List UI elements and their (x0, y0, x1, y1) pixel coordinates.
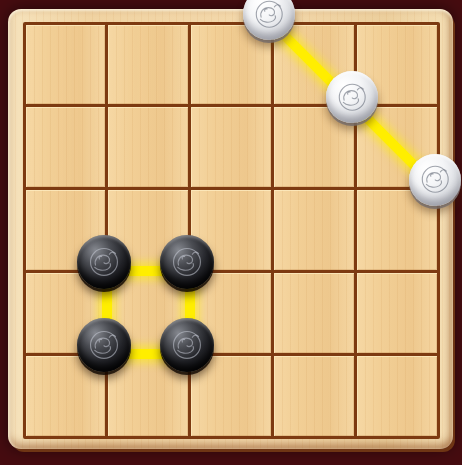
intersection-c4-r1[interactable] (335, 86, 375, 126)
intersection-c3-r0[interactable] (252, 3, 292, 43)
intersection-c4-r4[interactable] (335, 334, 375, 374)
intersection-c1-r0[interactable] (87, 3, 127, 43)
intersection-c2-r4[interactable] (170, 334, 210, 374)
intersection-c2-r0[interactable] (170, 3, 210, 43)
intersection-c0-r0[interactable] (4, 3, 44, 43)
intersection-c4-r2[interactable] (335, 169, 375, 209)
intersection-c0-r3[interactable] (4, 251, 44, 291)
intersection-c3-r1[interactable] (252, 86, 292, 126)
intersection-c4-r3[interactable] (335, 251, 375, 291)
intersection-c1-r3[interactable] (87, 251, 127, 291)
intersection-c2-r3[interactable] (170, 251, 210, 291)
intersection-c5-r5[interactable] (418, 417, 458, 457)
intersection-c5-r4[interactable] (418, 334, 458, 374)
intersection-c5-r1[interactable] (418, 86, 458, 126)
intersection-c4-r5[interactable] (335, 417, 375, 457)
wooden-board (8, 9, 453, 449)
intersection-c1-r4[interactable] (87, 334, 127, 374)
game-screen: { "game": "gomoku-style stone board game… (0, 0, 462, 465)
intersection-c0-r4[interactable] (4, 334, 44, 374)
intersection-c1-r5[interactable] (87, 417, 127, 457)
intersection-c2-r1[interactable] (170, 86, 210, 126)
intersection-c1-r1[interactable] (87, 86, 127, 126)
intersection-c5-r3[interactable] (418, 251, 458, 291)
board-overlay (8, 9, 453, 449)
intersection-c3-r4[interactable] (252, 334, 292, 374)
intersection-c5-r0[interactable] (418, 3, 458, 43)
intersection-c3-r3[interactable] (252, 251, 292, 291)
intersection-c3-r5[interactable] (252, 417, 292, 457)
intersection-c5-r2[interactable] (418, 169, 458, 209)
intersection-c0-r5[interactable] (4, 417, 44, 457)
intersection-c3-r2[interactable] (252, 169, 292, 209)
intersection-c1-r2[interactable] (87, 169, 127, 209)
intersection-c0-r1[interactable] (4, 86, 44, 126)
intersection-c2-r2[interactable] (170, 169, 210, 209)
intersection-c0-r2[interactable] (4, 169, 44, 209)
intersection-c4-r0[interactable] (335, 3, 375, 43)
intersection-c2-r5[interactable] (170, 417, 210, 457)
